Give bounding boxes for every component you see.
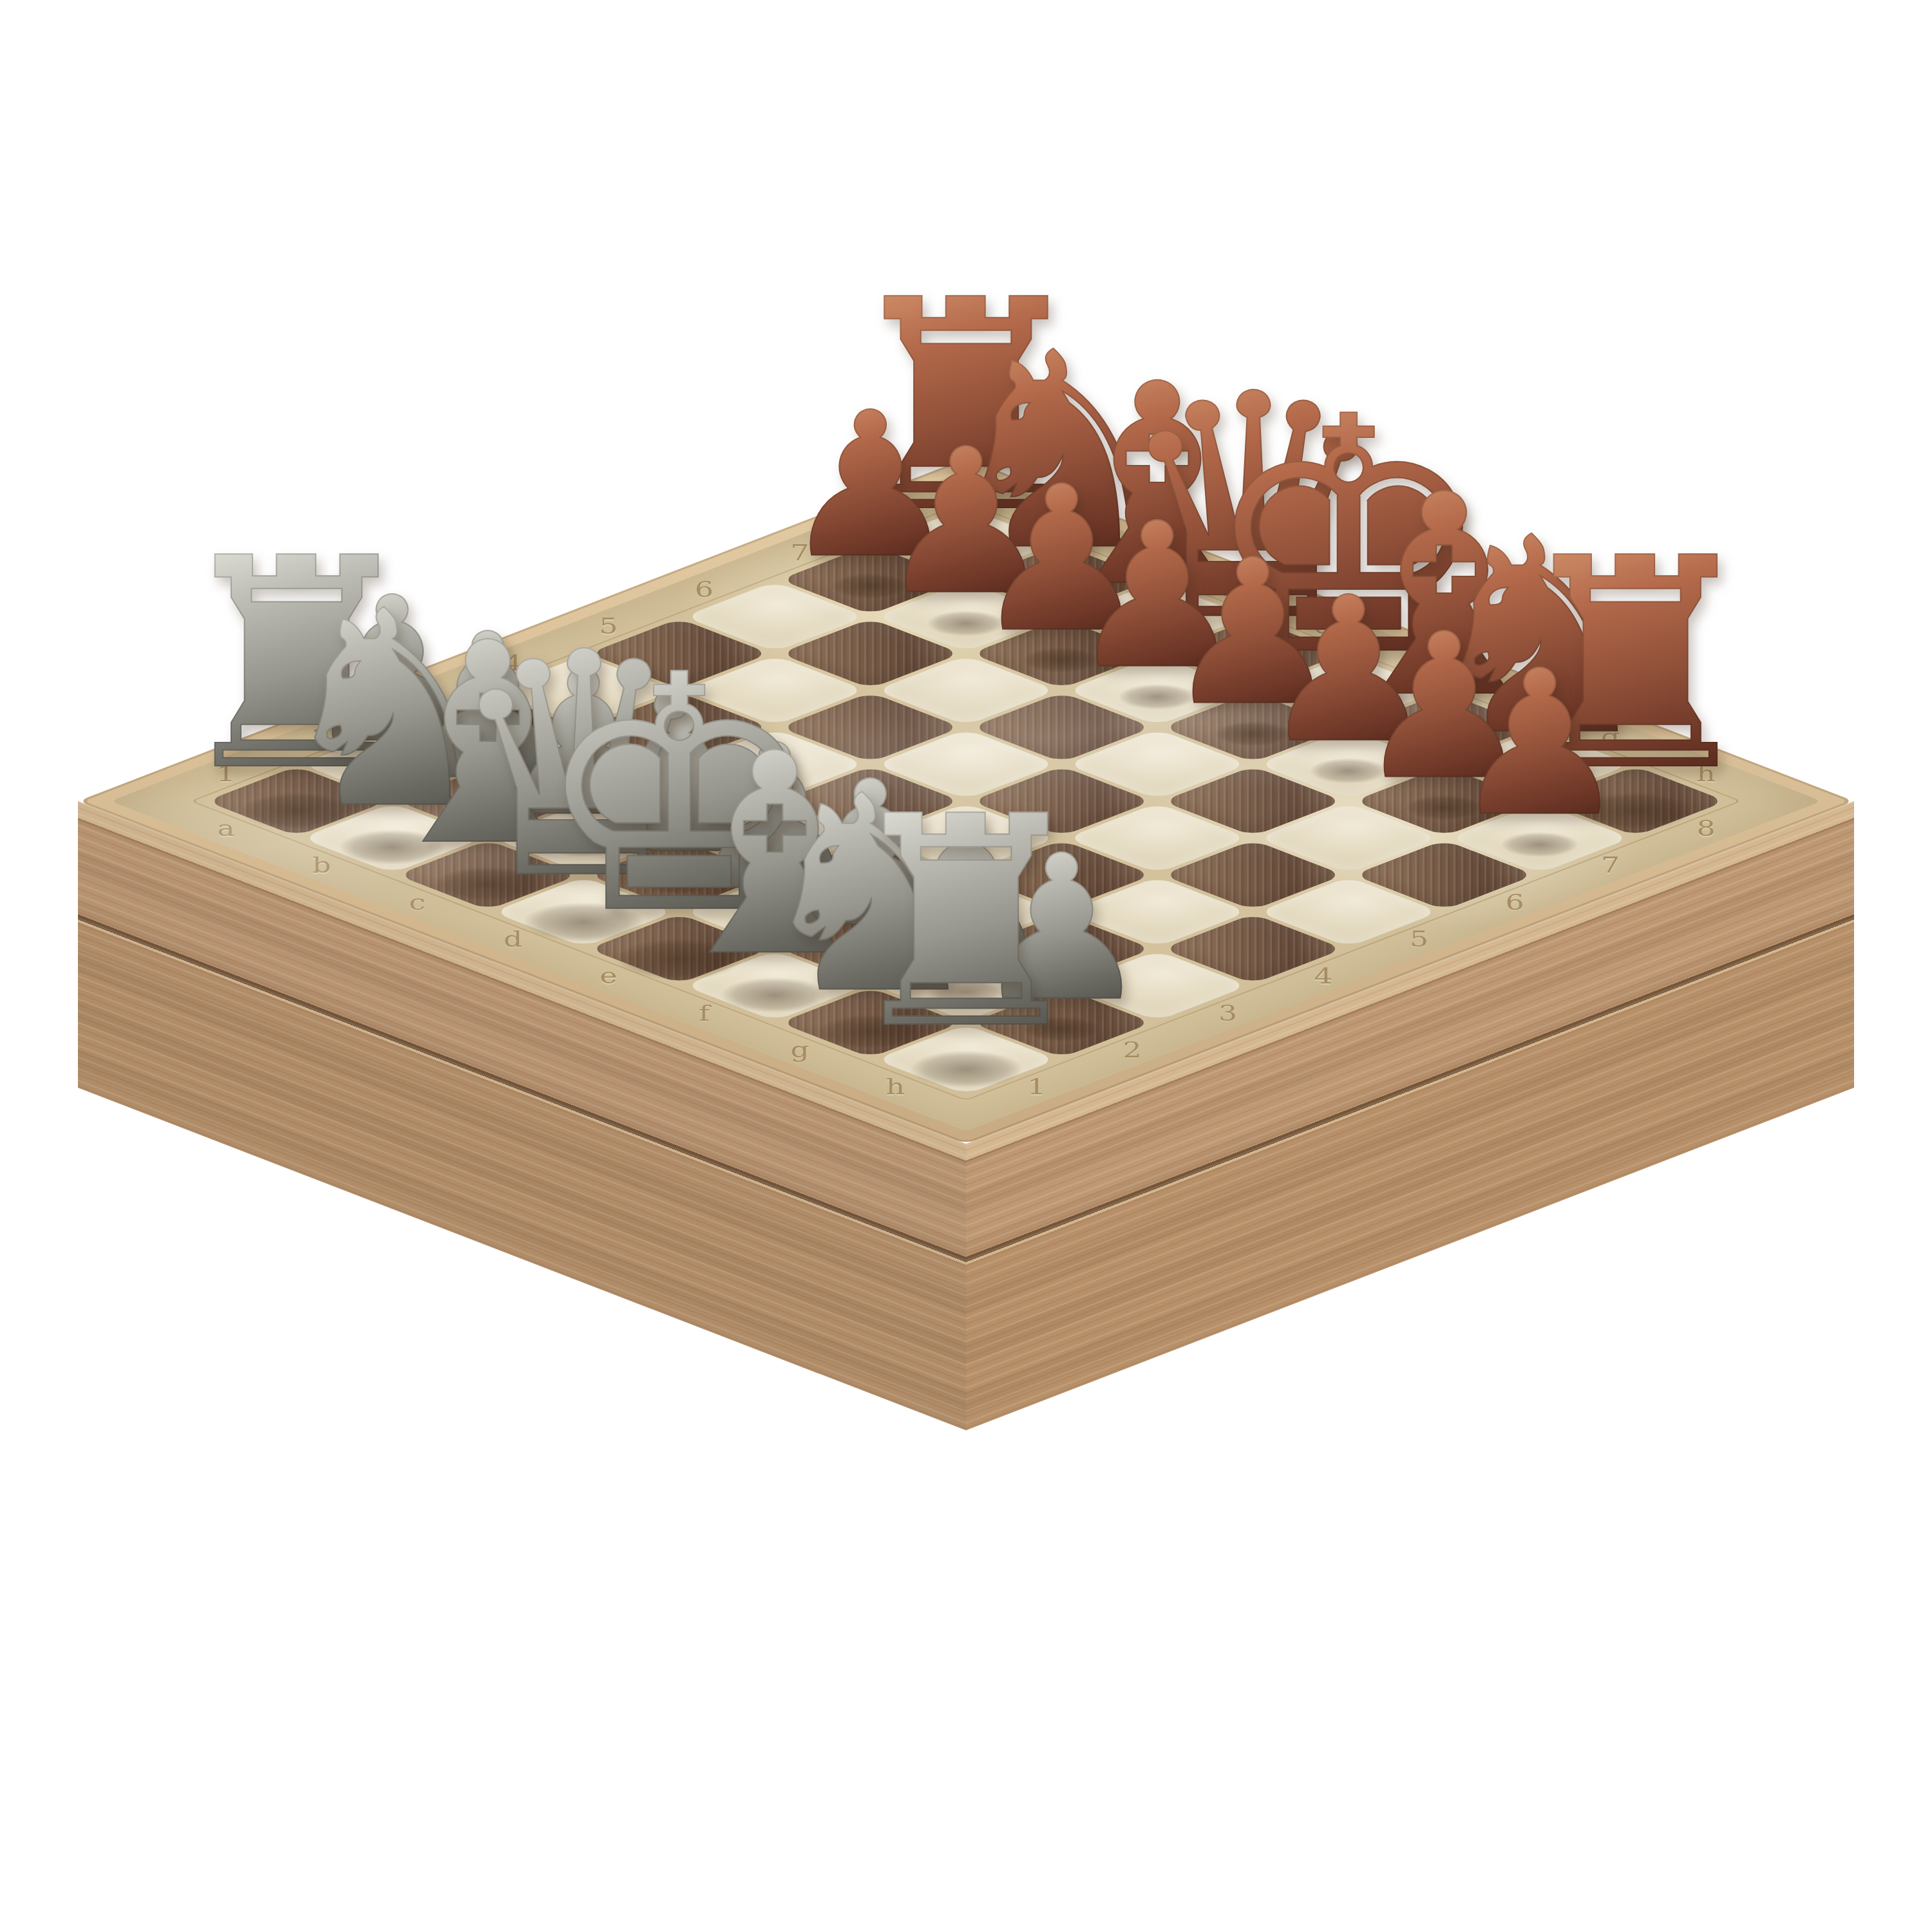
white-rook-glyph: ♜ xyxy=(836,779,1095,1068)
pieces-layer: ♜♞♝♛♚♝♞♜♟♟♟♟♟♟♟♟♟♟♟♟♟♟♟♟♜♞♝♛♚♝♞♜ xyxy=(0,0,1932,1932)
black-pawn-glyph: ♟ xyxy=(1450,645,1629,844)
copper-pawn-h7[interactable]: ♟ xyxy=(1450,645,1629,844)
chess-set-scene: aa11bb22cc33dd44ee55ff66gg77hh88 ♜♞♝♛♚♝♞… xyxy=(0,0,1932,1932)
silver-rook-h1[interactable]: ♜ xyxy=(836,779,1095,1068)
